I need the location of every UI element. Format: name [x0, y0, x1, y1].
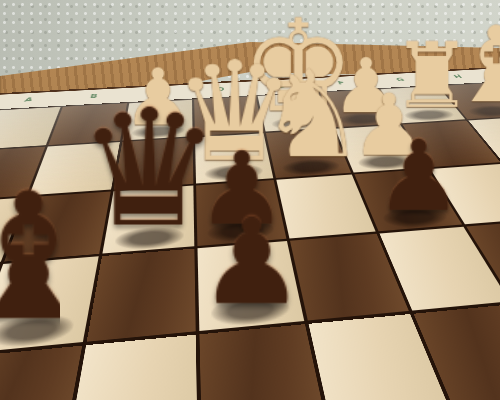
- file-label: A: [23, 97, 33, 103]
- piece-black-pawn: ♟: [375, 131, 463, 224]
- piece-black-knight: ♞: [486, 142, 500, 291]
- square-d5: ♟: [198, 241, 305, 331]
- photo-stage: ♟♚♟♜♝♛♞♟♟♛♟♟♝♟♞ 87654321ABCDEFGH: [0, 0, 500, 400]
- square-b5: ♝: [0, 256, 99, 353]
- piece-black-pawn: ♟: [198, 207, 305, 320]
- square-c6: ♛: [102, 186, 194, 254]
- square-b4: [0, 346, 82, 400]
- board-grid: ♟♚♟♜♝♛♞♟♟♛♟♟♝♟♞: [0, 82, 500, 400]
- chess-board: ♟♚♟♜♝♛♞♟♟♛♟♟♝♟♞ 87654321ABCDEFGH: [0, 67, 500, 400]
- square-c4: [64, 335, 198, 400]
- piece-black-bishop: ♝: [0, 174, 107, 341]
